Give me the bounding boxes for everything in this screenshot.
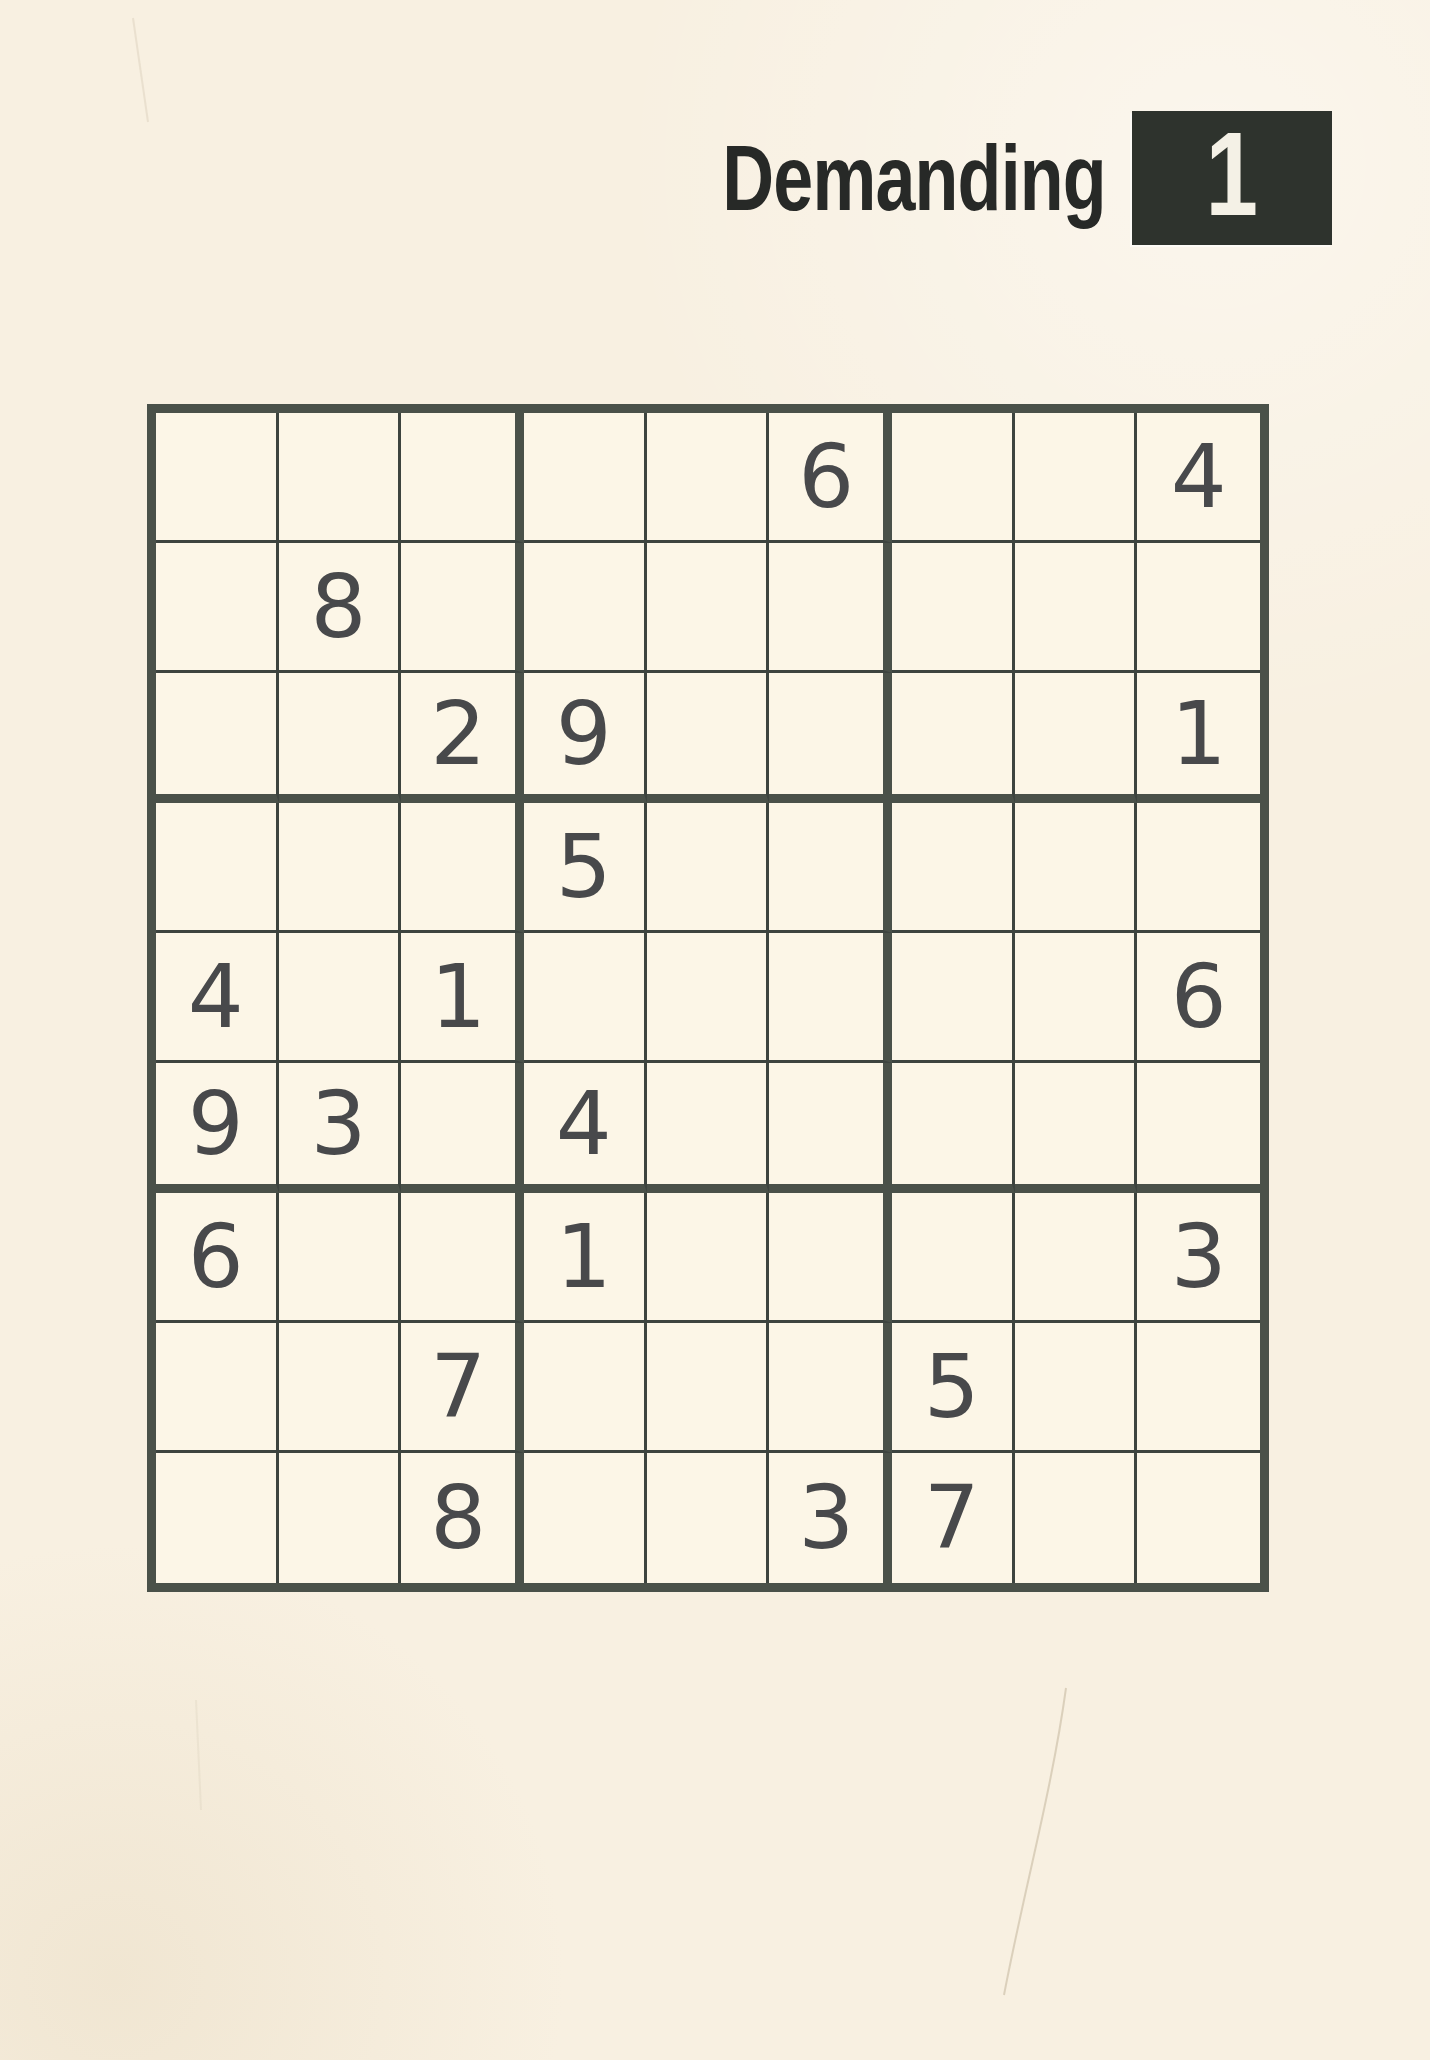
cell-r7c7[interactable] [892, 1193, 1015, 1323]
cell-r3c2[interactable] [279, 673, 402, 803]
cell-r5c9: 6 [1137, 933, 1260, 1063]
cell-r5c5[interactable] [647, 933, 770, 1063]
cell-r9c7: 7 [892, 1453, 1015, 1583]
cell-r5c8[interactable] [1015, 933, 1138, 1063]
cell-r9c1[interactable] [156, 1453, 279, 1583]
cell-r3c3: 2 [401, 673, 524, 803]
cell-r6c5[interactable] [647, 1063, 770, 1193]
cell-r8c7: 5 [892, 1323, 1015, 1453]
cell-r7c9: 3 [1137, 1193, 1260, 1323]
cell-r2c5[interactable] [647, 543, 770, 673]
cell-r3c8[interactable] [1015, 673, 1138, 803]
cell-r4c5[interactable] [647, 803, 770, 933]
cell-r8c5[interactable] [647, 1323, 770, 1453]
cell-r2c8[interactable] [1015, 543, 1138, 673]
cell-r4c8[interactable] [1015, 803, 1138, 933]
puzzle-number-badge: 1 [1132, 111, 1332, 245]
cell-r9c6: 3 [769, 1453, 892, 1583]
cell-r1c4[interactable] [524, 413, 647, 543]
cell-r9c8[interactable] [1015, 1453, 1138, 1583]
cell-r7c4: 1 [524, 1193, 647, 1323]
puzzle-number: 1 [1206, 115, 1259, 233]
cell-r3c5[interactable] [647, 673, 770, 803]
cell-r4c6[interactable] [769, 803, 892, 933]
cell-r6c9[interactable] [1137, 1063, 1260, 1193]
cell-r8c1[interactable] [156, 1323, 279, 1453]
page-title: Demanding [722, 126, 1106, 231]
cell-r7c1: 6 [156, 1193, 279, 1323]
cell-r2c9[interactable] [1137, 543, 1260, 673]
cell-r2c1[interactable] [156, 543, 279, 673]
cell-r4c2[interactable] [279, 803, 402, 933]
sudoku-grid: 648291541693461375837 [147, 404, 1269, 1592]
cell-r8c6[interactable] [769, 1323, 892, 1453]
cell-r5c2[interactable] [279, 933, 402, 1063]
cell-r7c2[interactable] [279, 1193, 402, 1323]
cell-r1c2[interactable] [279, 413, 402, 543]
cell-r5c1: 4 [156, 933, 279, 1063]
cell-r6c2: 3 [279, 1063, 402, 1193]
cell-r6c3[interactable] [401, 1063, 524, 1193]
cell-r4c4: 5 [524, 803, 647, 933]
cell-r2c4[interactable] [524, 543, 647, 673]
cell-r1c6: 6 [769, 413, 892, 543]
cell-r8c2[interactable] [279, 1323, 402, 1453]
cell-r6c6[interactable] [769, 1063, 892, 1193]
cell-r1c9: 4 [1137, 413, 1260, 543]
page-header: Demanding 1 [614, 110, 1332, 246]
cell-r8c3: 7 [401, 1323, 524, 1453]
cell-r3c7[interactable] [892, 673, 1015, 803]
cell-r2c6[interactable] [769, 543, 892, 673]
cell-r3c6[interactable] [769, 673, 892, 803]
cell-r9c9[interactable] [1137, 1453, 1260, 1583]
cell-r5c7[interactable] [892, 933, 1015, 1063]
scanned-puzzle-page: { "game": "sudoku", "position": ".....6.… [0, 0, 1430, 2060]
cell-r9c3: 8 [401, 1453, 524, 1583]
cell-r5c6[interactable] [769, 933, 892, 1063]
cell-r5c4[interactable] [524, 933, 647, 1063]
cell-r6c4: 4 [524, 1063, 647, 1193]
cell-r4c7[interactable] [892, 803, 1015, 933]
cell-r4c9[interactable] [1137, 803, 1260, 933]
cell-r6c1: 9 [156, 1063, 279, 1193]
cell-r6c8[interactable] [1015, 1063, 1138, 1193]
cell-r2c3[interactable] [401, 543, 524, 673]
cell-r8c4[interactable] [524, 1323, 647, 1453]
cell-r1c8[interactable] [1015, 413, 1138, 543]
cell-r6c7[interactable] [892, 1063, 1015, 1193]
cell-r3c9: 1 [1137, 673, 1260, 803]
cell-r3c4: 9 [524, 673, 647, 803]
cell-r5c3: 1 [401, 933, 524, 1063]
cell-r4c3[interactable] [401, 803, 524, 933]
cell-r1c1[interactable] [156, 413, 279, 543]
cell-r1c3[interactable] [401, 413, 524, 543]
cell-r1c5[interactable] [647, 413, 770, 543]
cell-r2c7[interactable] [892, 543, 1015, 673]
cell-r7c6[interactable] [769, 1193, 892, 1323]
cell-r7c5[interactable] [647, 1193, 770, 1323]
cell-r8c9[interactable] [1137, 1323, 1260, 1453]
cell-r9c4[interactable] [524, 1453, 647, 1583]
cell-r2c2: 8 [279, 543, 402, 673]
cell-r3c1[interactable] [156, 673, 279, 803]
cell-r8c8[interactable] [1015, 1323, 1138, 1453]
cell-r7c8[interactable] [1015, 1193, 1138, 1323]
cell-r9c5[interactable] [647, 1453, 770, 1583]
cell-r4c1[interactable] [156, 803, 279, 933]
cell-r9c2[interactable] [279, 1453, 402, 1583]
cell-r1c7[interactable] [892, 413, 1015, 543]
cell-r7c3[interactable] [401, 1193, 524, 1323]
